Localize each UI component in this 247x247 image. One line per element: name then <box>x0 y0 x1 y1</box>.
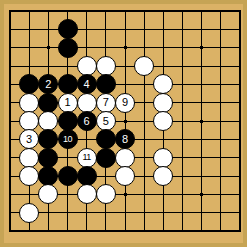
white-stone[interactable] <box>19 166 39 186</box>
white-stone[interactable] <box>96 184 116 204</box>
black-stone[interactable] <box>38 148 58 168</box>
white-stone-move-1[interactable]: 1 <box>58 93 78 113</box>
white-stone-move-7[interactable]: 7 <box>96 93 116 113</box>
white-stone[interactable] <box>153 93 173 113</box>
move-number-label: 3 <box>26 134 32 145</box>
move-number-label: 8 <box>122 134 128 145</box>
white-stone[interactable] <box>19 148 39 168</box>
white-stone[interactable] <box>19 111 39 131</box>
hoshi-point <box>200 46 203 49</box>
grid-line-vertical <box>239 10 241 232</box>
white-stone[interactable] <box>153 148 173 168</box>
move-number-label: 7 <box>103 97 109 108</box>
white-stone-move-9[interactable]: 9 <box>115 93 135 113</box>
grid-line-vertical <box>144 10 145 232</box>
hoshi-point <box>124 46 127 49</box>
move-number-label: 9 <box>122 97 128 108</box>
black-stone[interactable] <box>38 129 58 149</box>
move-number-label: 2 <box>45 79 51 90</box>
black-stone-move-4[interactable]: 4 <box>77 74 97 94</box>
black-stone[interactable] <box>96 148 116 168</box>
white-stone-move-3[interactable]: 3 <box>19 129 39 149</box>
white-stone[interactable] <box>96 56 116 76</box>
black-stone-move-6[interactable]: 6 <box>77 111 97 131</box>
black-stone[interactable] <box>96 74 116 94</box>
white-stone[interactable] <box>134 56 154 76</box>
move-number-label: 10 <box>63 135 72 144</box>
move-number-label: 4 <box>84 79 90 90</box>
white-stone-move-5[interactable]: 5 <box>96 111 116 131</box>
move-number-label: 5 <box>103 116 109 127</box>
hoshi-point <box>200 120 203 123</box>
black-stone[interactable] <box>38 166 58 186</box>
hoshi-point <box>124 120 127 123</box>
grid-line-vertical <box>220 10 221 232</box>
white-stone[interactable] <box>77 56 97 76</box>
move-number-label: 1 <box>64 97 70 108</box>
white-stone[interactable] <box>77 93 97 113</box>
hoshi-point <box>124 193 127 196</box>
black-stone[interactable] <box>38 93 58 113</box>
white-stone-move-11[interactable]: 11 <box>77 148 97 168</box>
white-stone[interactable] <box>38 184 58 204</box>
black-stone[interactable] <box>58 166 78 186</box>
white-stone[interactable] <box>153 74 173 94</box>
white-stone[interactable] <box>19 93 39 113</box>
go-board[interactable]: 2417965310811 <box>0 0 247 247</box>
black-stone[interactable] <box>96 129 116 149</box>
black-stone-move-10[interactable]: 10 <box>58 129 78 149</box>
black-stone-move-8[interactable]: 8 <box>115 129 135 149</box>
grid-line-vertical <box>182 10 183 232</box>
black-stone[interactable] <box>19 74 39 94</box>
hoshi-point <box>200 193 203 196</box>
hoshi-point <box>47 46 50 49</box>
white-stone[interactable] <box>115 166 135 186</box>
white-stone[interactable] <box>115 148 135 168</box>
black-stone[interactable] <box>58 38 78 58</box>
move-number-label: 6 <box>84 116 90 127</box>
white-stone[interactable] <box>77 184 97 204</box>
white-stone[interactable] <box>38 111 58 131</box>
move-number-label: 11 <box>82 153 90 162</box>
white-stone[interactable] <box>19 203 39 223</box>
black-stone[interactable] <box>58 74 78 94</box>
grid-line-horizontal <box>9 230 241 232</box>
grid-line-horizontal <box>9 212 241 213</box>
black-stone[interactable] <box>58 19 78 39</box>
black-stone-move-2[interactable]: 2 <box>38 74 58 94</box>
go-diagram: 2417965310811 <box>0 0 247 247</box>
white-stone[interactable] <box>153 111 173 131</box>
white-stone[interactable] <box>153 166 173 186</box>
black-stone[interactable] <box>58 111 78 131</box>
black-stone[interactable] <box>77 166 97 186</box>
